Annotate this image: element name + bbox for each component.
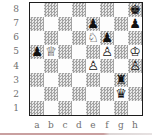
square-g7[interactable]	[114, 17, 128, 31]
square-d2[interactable]	[72, 87, 86, 101]
white-pawn-piece: ♙	[101, 45, 113, 59]
square-f5[interactable]: ♙	[100, 45, 114, 59]
square-b8[interactable]	[44, 3, 58, 17]
square-b1[interactable]	[44, 101, 58, 115]
square-d8[interactable]	[72, 3, 86, 17]
file-label-d: d	[72, 119, 86, 131]
square-e2[interactable]	[86, 87, 100, 101]
rank-label-6: 6	[0, 31, 28, 45]
square-a5[interactable]: ♟	[30, 45, 44, 59]
square-b2[interactable]	[44, 87, 58, 101]
square-d4[interactable]	[72, 59, 86, 73]
square-b5[interactable]: ♕	[44, 45, 58, 59]
file-label-g: g	[114, 119, 128, 131]
square-a4[interactable]	[30, 59, 44, 73]
rank-label-2: 2	[0, 88, 28, 102]
square-g5[interactable]	[114, 45, 128, 59]
chess-diagram: 87654321 ♚♟♟♘♟♟♕♙♔♙♙♜♛ abcdefgh	[0, 0, 155, 136]
square-a8[interactable]	[30, 3, 44, 17]
black-rook-piece: ♜	[115, 73, 127, 87]
square-e5[interactable]	[86, 45, 100, 59]
square-e8[interactable]	[86, 3, 100, 17]
square-h1[interactable]	[128, 101, 142, 115]
square-f6[interactable]: ♟	[100, 31, 114, 45]
white-knight-piece: ♘	[87, 31, 99, 45]
square-c4[interactable]	[58, 59, 72, 73]
square-g1[interactable]	[114, 101, 128, 115]
square-h3[interactable]	[128, 73, 142, 87]
square-f4[interactable]	[100, 59, 114, 73]
square-f2[interactable]	[100, 87, 114, 101]
square-h8[interactable]: ♚	[128, 3, 142, 17]
square-a2[interactable]	[30, 87, 44, 101]
page-divider-line	[0, 133, 152, 135]
square-c1[interactable]	[58, 101, 72, 115]
rank-label-7: 7	[0, 16, 28, 30]
square-g2[interactable]: ♛	[114, 87, 128, 101]
white-pawn-piece: ♙	[129, 59, 141, 73]
file-label-h: h	[128, 119, 142, 131]
square-c3[interactable]	[58, 73, 72, 87]
square-e3[interactable]	[86, 73, 100, 87]
square-e4[interactable]: ♙	[86, 59, 100, 73]
rank-label-4: 4	[0, 59, 28, 73]
square-h6[interactable]	[128, 31, 142, 45]
square-c8[interactable]	[58, 3, 72, 17]
square-f1[interactable]	[100, 101, 114, 115]
square-d7[interactable]	[72, 17, 86, 31]
file-label-c: c	[58, 119, 72, 131]
rank-labels: 87654321	[0, 2, 28, 116]
square-d1[interactable]	[72, 101, 86, 115]
file-label-b: b	[44, 119, 58, 131]
square-d5[interactable]	[72, 45, 86, 59]
square-b3[interactable]	[44, 73, 58, 87]
square-f8[interactable]	[100, 3, 114, 17]
white-king-piece: ♔	[129, 45, 141, 59]
square-b7[interactable]	[44, 17, 58, 31]
black-pawn-piece: ♟	[101, 31, 113, 45]
square-d3[interactable]	[72, 73, 86, 87]
square-g4[interactable]	[114, 59, 128, 73]
square-h2[interactable]	[128, 87, 142, 101]
square-e6[interactable]: ♘	[86, 31, 100, 45]
square-e1[interactable]	[86, 101, 100, 115]
black-pawn-piece: ♟	[31, 45, 43, 59]
square-f7[interactable]	[100, 17, 114, 31]
square-h5[interactable]: ♔	[128, 45, 142, 59]
file-label-e: e	[86, 119, 100, 131]
square-e7[interactable]: ♟	[86, 17, 100, 31]
square-c7[interactable]	[58, 17, 72, 31]
square-a3[interactable]	[30, 73, 44, 87]
square-c5[interactable]	[58, 45, 72, 59]
square-c6[interactable]	[58, 31, 72, 45]
chess-board: ♚♟♟♘♟♟♕♙♔♙♙♜♛	[29, 2, 143, 116]
square-a7[interactable]	[30, 17, 44, 31]
square-h4[interactable]: ♙	[128, 59, 142, 73]
square-g6[interactable]	[114, 31, 128, 45]
rank-label-5: 5	[0, 45, 28, 59]
white-pawn-piece: ♙	[87, 59, 99, 73]
black-king-piece: ♚	[129, 3, 141, 17]
file-labels: abcdefgh	[30, 119, 142, 131]
square-c2[interactable]	[58, 87, 72, 101]
square-g3[interactable]: ♜	[114, 73, 128, 87]
square-f3[interactable]	[100, 73, 114, 87]
square-g8[interactable]	[114, 3, 128, 17]
rank-label-8: 8	[0, 2, 28, 16]
black-pawn-piece: ♟	[87, 17, 99, 31]
rank-label-1: 1	[0, 102, 28, 116]
square-a1[interactable]	[30, 101, 44, 115]
white-queen-piece: ♕	[45, 45, 57, 59]
square-a6[interactable]	[30, 31, 44, 45]
square-d6[interactable]	[72, 31, 86, 45]
square-b4[interactable]	[44, 59, 58, 73]
black-pawn-piece: ♟	[129, 17, 141, 31]
square-h7[interactable]: ♟	[128, 17, 142, 31]
square-b6[interactable]	[44, 31, 58, 45]
rank-label-3: 3	[0, 73, 28, 87]
black-queen-piece: ♛	[115, 87, 127, 101]
file-label-a: a	[30, 119, 44, 131]
file-label-f: f	[100, 119, 114, 131]
